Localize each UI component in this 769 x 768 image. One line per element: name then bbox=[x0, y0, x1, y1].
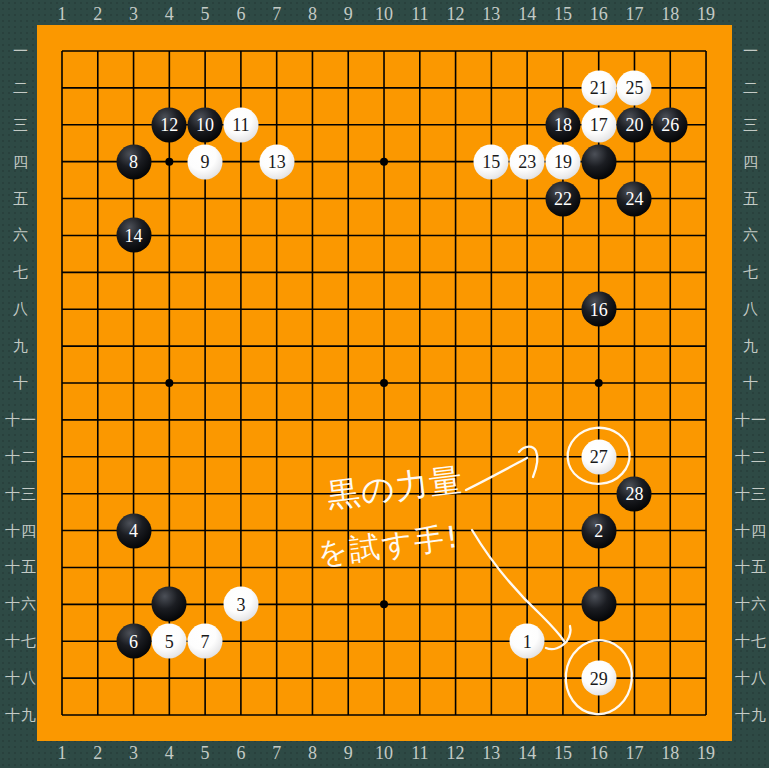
coord-label: 九 bbox=[743, 337, 759, 356]
coord-label: 3 bbox=[129, 4, 138, 25]
coord-label: 6 bbox=[236, 743, 245, 764]
coord-label: 六 bbox=[13, 226, 29, 245]
stone-white-27[interactable]: 27 bbox=[581, 439, 616, 474]
stone-black-22[interactable]: 22 bbox=[545, 181, 580, 216]
stone-black-12[interactable]: 12 bbox=[152, 107, 187, 142]
coord-label: 14 bbox=[518, 4, 536, 25]
stone-white-23[interactable]: 23 bbox=[510, 144, 545, 179]
coord-label: 一 bbox=[13, 42, 29, 61]
coord-label: 一 bbox=[743, 42, 759, 61]
coord-label: 8 bbox=[308, 743, 317, 764]
coord-label: 十九 bbox=[5, 706, 37, 725]
move-number: 21 bbox=[590, 79, 608, 97]
coord-label: 17 bbox=[625, 743, 643, 764]
coord-label: 13 bbox=[482, 743, 500, 764]
coord-label: 十一 bbox=[735, 410, 767, 429]
coord-label: 十八 bbox=[735, 669, 767, 688]
move-number: 11 bbox=[232, 116, 249, 134]
coord-label: 18 bbox=[661, 743, 679, 764]
stone-white-3[interactable]: 3 bbox=[223, 587, 258, 622]
stone-white-13[interactable]: 13 bbox=[259, 144, 294, 179]
move-number: 14 bbox=[125, 226, 143, 244]
stone-black-setup[interactable] bbox=[581, 144, 616, 179]
coord-label: 十三 bbox=[735, 484, 767, 503]
move-number: 6 bbox=[129, 632, 138, 650]
coord-label: 18 bbox=[661, 4, 679, 25]
move-number: 26 bbox=[661, 116, 679, 134]
move-number: 1 bbox=[523, 632, 532, 650]
coord-label: 三 bbox=[743, 115, 759, 134]
stone-white-21[interactable]: 21 bbox=[581, 70, 616, 105]
coord-label: 二 bbox=[743, 78, 759, 97]
coord-label: 9 bbox=[344, 4, 353, 25]
coord-label: 十三 bbox=[5, 484, 37, 503]
coord-label: 十六 bbox=[5, 595, 37, 614]
stone-white-11[interactable]: 11 bbox=[223, 107, 258, 142]
coord-label: 19 bbox=[697, 743, 715, 764]
move-number: 9 bbox=[201, 153, 210, 171]
stone-white-7[interactable]: 7 bbox=[188, 624, 223, 659]
move-number: 23 bbox=[518, 153, 536, 171]
coord-label: 10 bbox=[375, 4, 393, 25]
coord-label: 九 bbox=[13, 337, 29, 356]
coord-label: 五 bbox=[743, 189, 759, 208]
move-number: 4 bbox=[129, 522, 138, 540]
coord-label: 十七 bbox=[5, 632, 37, 651]
move-number: 12 bbox=[160, 116, 178, 134]
move-number: 27 bbox=[590, 448, 608, 466]
move-number: 13 bbox=[268, 153, 286, 171]
coord-label: 1 bbox=[58, 743, 67, 764]
move-number: 19 bbox=[554, 153, 572, 171]
move-number: 2 bbox=[594, 522, 603, 540]
coord-label: 十六 bbox=[735, 595, 767, 614]
move-number: 25 bbox=[625, 79, 643, 97]
coord-label: 十七 bbox=[735, 632, 767, 651]
go-diagram: 12345678910111213141516171819 1234567891… bbox=[0, 0, 769, 768]
coord-label: 十八 bbox=[5, 669, 37, 688]
move-number: 28 bbox=[625, 485, 643, 503]
move-number: 17 bbox=[590, 116, 608, 134]
stone-white-15[interactable]: 15 bbox=[474, 144, 509, 179]
stone-white-1[interactable]: 1 bbox=[510, 624, 545, 659]
stone-black-4[interactable]: 4 bbox=[116, 513, 151, 548]
stone-black-2[interactable]: 2 bbox=[581, 513, 616, 548]
stone-black-20[interactable]: 20 bbox=[617, 107, 652, 142]
coord-label: 八 bbox=[13, 300, 29, 319]
move-number: 7 bbox=[201, 632, 210, 650]
stone-black-6[interactable]: 6 bbox=[116, 624, 151, 659]
move-number: 15 bbox=[482, 153, 500, 171]
coord-label: 7 bbox=[272, 743, 281, 764]
coord-label: 13 bbox=[482, 4, 500, 25]
stone-black-26[interactable]: 26 bbox=[653, 107, 688, 142]
coord-label: 7 bbox=[272, 4, 281, 25]
stone-black-setup[interactable] bbox=[152, 587, 187, 622]
coord-label: 七 bbox=[13, 263, 29, 282]
coord-label: 十九 bbox=[735, 706, 767, 725]
stone-black-24[interactable]: 24 bbox=[617, 181, 652, 216]
coord-label: 十五 bbox=[5, 558, 37, 577]
coord-label: 15 bbox=[554, 743, 572, 764]
coord-label: 二 bbox=[13, 78, 29, 97]
coord-label: 十四 bbox=[5, 521, 37, 540]
coord-label: 14 bbox=[518, 743, 536, 764]
stone-black-28[interactable]: 28 bbox=[617, 476, 652, 511]
coord-label: 5 bbox=[201, 743, 210, 764]
coord-label: 8 bbox=[308, 4, 317, 25]
coord-label: 3 bbox=[129, 743, 138, 764]
coord-label: 17 bbox=[625, 4, 643, 25]
coord-label: 5 bbox=[201, 4, 210, 25]
coord-label: 2 bbox=[93, 4, 102, 25]
coord-label: 八 bbox=[743, 300, 759, 319]
coord-label: 五 bbox=[13, 189, 29, 208]
coord-label: 16 bbox=[590, 743, 608, 764]
stone-white-29[interactable]: 29 bbox=[581, 661, 616, 696]
coord-label: 4 bbox=[165, 4, 174, 25]
stone-black-setup[interactable] bbox=[581, 587, 616, 622]
coord-label: 1 bbox=[58, 4, 67, 25]
stone-white-5[interactable]: 5 bbox=[152, 624, 187, 659]
coord-label: 15 bbox=[554, 4, 572, 25]
coord-label: 2 bbox=[93, 743, 102, 764]
coord-label: 十五 bbox=[735, 558, 767, 577]
coord-label: 十一 bbox=[5, 410, 37, 429]
coord-label: 4 bbox=[165, 743, 174, 764]
coord-label: 四 bbox=[743, 152, 759, 171]
coord-label: 三 bbox=[13, 115, 29, 134]
coord-label: 十二 bbox=[5, 447, 37, 466]
coord-label: 四 bbox=[13, 152, 29, 171]
stone-white-9[interactable]: 9 bbox=[188, 144, 223, 179]
stone-black-16[interactable]: 16 bbox=[581, 292, 616, 327]
move-number: 22 bbox=[554, 190, 572, 208]
coord-label: 10 bbox=[375, 743, 393, 764]
move-number: 20 bbox=[625, 116, 643, 134]
coord-label: 11 bbox=[411, 743, 428, 764]
move-number: 16 bbox=[590, 300, 608, 318]
move-number: 24 bbox=[625, 190, 643, 208]
move-number: 10 bbox=[196, 116, 214, 134]
stone-black-10[interactable]: 10 bbox=[188, 107, 223, 142]
coord-label: 十 bbox=[743, 374, 759, 393]
coord-label: 12 bbox=[447, 743, 465, 764]
stone-black-8[interactable]: 8 bbox=[116, 144, 151, 179]
coord-label: 十四 bbox=[735, 521, 767, 540]
move-number: 18 bbox=[554, 116, 572, 134]
coord-label: 七 bbox=[743, 263, 759, 282]
move-number: 29 bbox=[590, 669, 608, 687]
stone-black-18[interactable]: 18 bbox=[545, 107, 580, 142]
coord-label: 12 bbox=[447, 4, 465, 25]
coord-label: 16 bbox=[590, 4, 608, 25]
coord-label: 十 bbox=[13, 374, 29, 393]
coord-label: 十二 bbox=[735, 447, 767, 466]
coord-label: 六 bbox=[743, 226, 759, 245]
stone-white-17[interactable]: 17 bbox=[581, 107, 616, 142]
stone-black-14[interactable]: 14 bbox=[116, 218, 151, 253]
move-number: 3 bbox=[236, 595, 245, 613]
move-number: 8 bbox=[129, 153, 138, 171]
coord-label: 19 bbox=[697, 4, 715, 25]
coord-label: 9 bbox=[344, 743, 353, 764]
stone-white-19[interactable]: 19 bbox=[545, 144, 580, 179]
move-number: 5 bbox=[165, 632, 174, 650]
coord-label: 11 bbox=[411, 4, 428, 25]
coord-label: 6 bbox=[236, 4, 245, 25]
stone-white-25[interactable]: 25 bbox=[617, 70, 652, 105]
